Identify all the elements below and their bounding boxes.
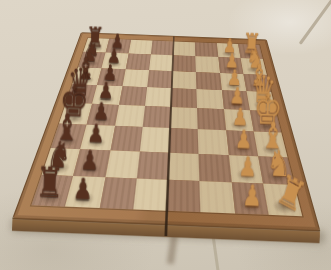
square-b3[interactable] [196, 56, 220, 72]
square-h1[interactable]: ♜ [263, 183, 302, 216]
square-c6[interactable] [122, 69, 149, 87]
square-c3[interactable] [196, 72, 221, 90]
chess-photo-scene: ♜♟♟♜♞♟♟♞♝♟♟♝♛♟♟♛♚♟♟♚♝♟♟♝♞♟♟♞♜♟♟♜ [0, 0, 331, 270]
perspective-scene: ♜♟♟♜♞♟♟♞♝♟♟♝♛♟♟♛♚♟♟♚♝♟♟♝♞♟♟♞♜♟♟♜ [0, 0, 331, 270]
square-c4[interactable] [172, 71, 197, 89]
square-f5[interactable] [140, 127, 171, 152]
square-g4[interactable] [168, 152, 200, 181]
square-a3[interactable] [195, 42, 218, 57]
square-f6[interactable] [110, 126, 142, 151]
white-pawn[interactable]: ♟ [241, 182, 262, 212]
square-g5[interactable] [137, 151, 170, 179]
square-d5[interactable] [145, 87, 172, 107]
chess-board: ♜♟♟♜♞♟♟♞♝♟♟♝♛♟♟♛♚♟♟♚♝♟♟♝♞♟♟♞♜♟♟♜ [12, 32, 320, 231]
board-grid: ♜♟♟♜♞♟♟♞♝♟♟♝♛♟♟♛♚♟♟♚♝♟♟♝♞♟♟♞♜♟♟♜ [31, 38, 302, 216]
square-d3[interactable] [197, 89, 224, 109]
black-pawn[interactable]: ♟ [80, 147, 100, 175]
white-pawn[interactable]: ♟ [234, 127, 252, 153]
square-g3[interactable] [199, 153, 231, 182]
square-h6[interactable] [99, 177, 136, 209]
square-e6[interactable] [115, 105, 145, 127]
square-b4[interactable] [172, 55, 196, 71]
square-c5[interactable] [147, 70, 173, 88]
square-f3[interactable] [198, 129, 228, 154]
square-a6[interactable] [128, 40, 152, 55]
square-a4[interactable] [173, 41, 195, 56]
square-e5[interactable] [142, 106, 171, 128]
square-d4[interactable] [171, 88, 197, 108]
square-h3[interactable] [200, 181, 235, 214]
square-f4[interactable] [169, 128, 199, 153]
square-e3[interactable] [197, 108, 226, 130]
square-a5[interactable] [151, 41, 174, 56]
black-pawn[interactable]: ♟ [73, 175, 94, 205]
white-pawn[interactable]: ♟ [237, 153, 257, 181]
square-b6[interactable] [125, 54, 150, 70]
square-h4[interactable] [167, 180, 201, 213]
square-d6[interactable] [119, 86, 147, 106]
black-rook[interactable]: ♜ [35, 161, 65, 204]
square-h5[interactable] [133, 178, 168, 210]
square-e4[interactable] [170, 107, 198, 129]
square-b5[interactable] [149, 55, 173, 71]
square-g6[interactable] [105, 150, 140, 178]
